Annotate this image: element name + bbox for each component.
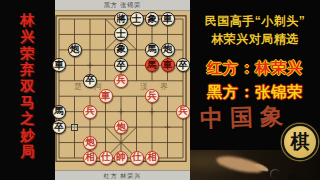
piece-black-4-0[interactable]: 將 [114,12,128,26]
banner-char: 马 [21,95,35,111]
piece-red-4-7[interactable]: 炮 [114,120,128,134]
piece-red-5-9[interactable]: 仕 [130,151,144,165]
piece-red-8-6[interactable]: 兵 [176,105,190,119]
piece-black-6-0[interactable]: 象 [145,12,159,26]
left-title-panel: 林兴荣弃双马之妙局 [0,0,55,180]
banner-char: 林 [21,13,35,29]
banner-char: 局 [21,144,35,160]
banner-char: 双 [21,79,35,95]
piece-red-6-9[interactable]: 相 [145,151,159,165]
thumbnail: 林兴荣弃双马之妙局 黑方 张锦荣 楚 河 漢 界 將士象車士炮象馬炮車卒卒卒馬卒… [0,0,320,180]
piece-black-0-6[interactable]: 馬 [52,105,66,119]
piece-red-2-9[interactable]: 相 [83,151,97,165]
piece-red-2-8[interactable]: 炮 [83,136,97,150]
piece-black-5-0[interactable]: 士 [130,12,144,26]
xiangqi-board: 黑方 张锦荣 楚 河 漢 界 將士象車士炮象馬炮車卒卒卒馬卒馬車兵車兵兵兵炮炮相… [55,0,190,180]
banner-char: 弃 [21,62,35,78]
piece-red-7-3[interactable]: 車 [161,58,175,72]
chess-piece-photo [270,169,280,178]
banner-char: 妙 [21,128,35,144]
qi-seal-logo: 棋 [282,124,318,160]
piece-red-3-5[interactable]: 車 [99,89,113,103]
vertical-title: 林兴荣弃双马之妙局 [0,13,55,161]
piece-red-4-4[interactable]: 兵 [114,74,128,88]
piece-red-4-9[interactable]: 帥 [114,151,128,165]
banner-char: 兴 [21,29,35,45]
subtitle-line1: 民国高手“小剃头” [190,13,320,30]
subtitle-line2: 林荣兴对局精选 [190,31,320,48]
seal-character: 棋 [291,129,310,155]
piece-black-7-0[interactable]: 車 [161,12,175,26]
piece-red-2-6[interactable]: 兵 [83,105,97,119]
piece-black-2-4[interactable]: 卒 [83,74,97,88]
piece-black-4-2[interactable]: 象 [114,43,128,57]
red-side-label: 红方：林荣兴 [190,59,320,78]
right-promo-panel: 民国高手“小剃头” 林荣兴对局精选 红方：林荣兴 黑方：张锦荣 中国象 棋 [190,0,320,180]
red-player-bar: 红方 林荣兴 [55,170,190,180]
piece-black-1-2[interactable]: 炮 [68,43,82,57]
piece-black-0-7[interactable]: 卒 [52,120,66,134]
piece-red-3-9[interactable]: 仕 [99,151,113,165]
black-side-label: 黑方：张锦荣 [190,83,320,102]
banner-char: 荣 [21,46,35,62]
board-play-area[interactable]: 楚 河 漢 界 將士象車士炮象馬炮車卒卒卒馬卒馬車兵車兵兵兵炮炮相仕帥仕相 [55,10,190,170]
last-move-marker [71,124,78,131]
piece-black-7-2[interactable]: 炮 [161,43,175,57]
brand-calligraphy: 中国象 [199,100,290,134]
banner-char: 之 [21,111,35,127]
piece-black-6-2[interactable]: 馬 [145,43,159,57]
chess-piece-photo2 [289,173,298,180]
